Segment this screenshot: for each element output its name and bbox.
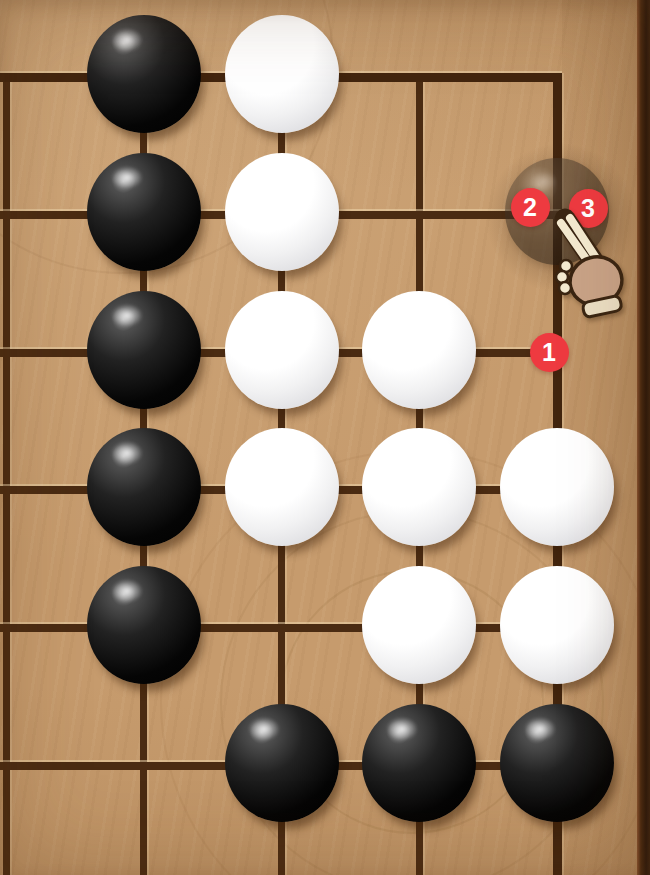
tap-hand-cursor <box>549 207 635 319</box>
board-point[interactable] <box>213 559 351 697</box>
black-stone <box>225 704 339 822</box>
black-stone <box>87 291 201 409</box>
board-point[interactable] <box>350 8 488 146</box>
board-point[interactable] <box>488 697 626 835</box>
black-stone <box>500 704 614 822</box>
board-point[interactable] <box>75 697 213 835</box>
move-badge-1: 1 <box>530 333 569 372</box>
move-badge-2: 2 <box>511 188 550 227</box>
board-point[interactable] <box>0 284 75 422</box>
board-point[interactable] <box>213 697 351 835</box>
board-point[interactable] <box>75 8 213 146</box>
black-stone <box>87 15 201 133</box>
board-point[interactable] <box>350 284 488 422</box>
board-point[interactable] <box>213 284 351 422</box>
board-point[interactable] <box>350 421 488 559</box>
board-point[interactable] <box>213 8 351 146</box>
board-point[interactable] <box>75 559 213 697</box>
board-point[interactable] <box>488 8 626 146</box>
black-stone <box>87 566 201 684</box>
white-stone <box>225 153 339 271</box>
white-stone <box>225 15 339 133</box>
white-stone <box>225 291 339 409</box>
board-point[interactable] <box>0 697 75 835</box>
black-stone <box>362 704 476 822</box>
board-point[interactable] <box>213 421 351 559</box>
board-point[interactable] <box>0 8 75 146</box>
board-point[interactable] <box>75 146 213 284</box>
board-side-edge <box>637 0 650 875</box>
board-point[interactable] <box>350 146 488 284</box>
white-stone <box>362 291 476 409</box>
board-point[interactable] <box>0 421 75 559</box>
white-stone <box>362 566 476 684</box>
white-stone <box>500 566 614 684</box>
black-stone <box>87 153 201 271</box>
board-point[interactable] <box>75 284 213 422</box>
board-point[interactable] <box>75 421 213 559</box>
board-point[interactable] <box>488 559 626 697</box>
white-stone <box>362 428 476 546</box>
board-point[interactable] <box>0 146 75 284</box>
go-board[interactable]: 123 <box>0 0 650 875</box>
board-point[interactable] <box>350 697 488 835</box>
board-point[interactable] <box>350 559 488 697</box>
black-stone <box>87 428 201 546</box>
white-stone <box>500 428 614 546</box>
board-grid <box>0 8 626 835</box>
board-point[interactable] <box>0 559 75 697</box>
board-point[interactable] <box>213 146 351 284</box>
board-point[interactable] <box>488 421 626 559</box>
white-stone <box>225 428 339 546</box>
